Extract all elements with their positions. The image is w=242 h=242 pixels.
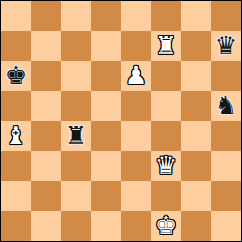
square-e1[interactable]	[121, 211, 151, 241]
square-d3[interactable]	[91, 151, 121, 181]
square-a4[interactable]: ♝	[1, 121, 31, 151]
square-d8[interactable]	[91, 1, 121, 31]
square-d4[interactable]	[91, 121, 121, 151]
black-king[interactable]: ♚	[5, 61, 27, 91]
square-b6[interactable]	[31, 61, 61, 91]
square-a1[interactable]	[1, 211, 31, 241]
square-e7[interactable]	[121, 31, 151, 61]
square-g4[interactable]	[181, 121, 211, 151]
black-queen[interactable]: ♛	[215, 31, 237, 61]
square-f4[interactable]	[151, 121, 181, 151]
square-c2[interactable]	[61, 181, 91, 211]
chess-board-frame: ♜♛♚♟♞♝♜♛♚	[0, 0, 242, 242]
square-f7[interactable]: ♜	[151, 31, 181, 61]
white-queen[interactable]: ♛	[155, 151, 177, 181]
square-c5[interactable]	[61, 91, 91, 121]
square-f8[interactable]	[151, 1, 181, 31]
square-a5[interactable]	[1, 91, 31, 121]
square-f3[interactable]: ♛	[151, 151, 181, 181]
square-e3[interactable]	[121, 151, 151, 181]
square-e4[interactable]	[121, 121, 151, 151]
white-pawn[interactable]: ♟	[125, 61, 147, 91]
square-h6[interactable]	[211, 61, 241, 91]
black-rook[interactable]: ♜	[65, 121, 87, 151]
square-e5[interactable]	[121, 91, 151, 121]
square-h7[interactable]: ♛	[211, 31, 241, 61]
square-g8[interactable]	[181, 1, 211, 31]
square-d5[interactable]	[91, 91, 121, 121]
square-a8[interactable]	[1, 1, 31, 31]
square-c3[interactable]	[61, 151, 91, 181]
square-f2[interactable]	[151, 181, 181, 211]
square-c4[interactable]: ♜	[61, 121, 91, 151]
square-b4[interactable]	[31, 121, 61, 151]
square-a6[interactable]: ♚	[1, 61, 31, 91]
square-b2[interactable]	[31, 181, 61, 211]
square-d7[interactable]	[91, 31, 121, 61]
square-a2[interactable]	[1, 181, 31, 211]
chess-board: ♜♛♚♟♞♝♜♛♚	[1, 1, 241, 241]
white-bishop[interactable]: ♝	[5, 121, 27, 151]
square-g7[interactable]	[181, 31, 211, 61]
square-c7[interactable]	[61, 31, 91, 61]
square-h5[interactable]: ♞	[211, 91, 241, 121]
square-g2[interactable]	[181, 181, 211, 211]
square-c8[interactable]	[61, 1, 91, 31]
black-knight[interactable]: ♞	[215, 91, 237, 121]
square-h8[interactable]	[211, 1, 241, 31]
square-g1[interactable]	[181, 211, 211, 241]
square-g3[interactable]	[181, 151, 211, 181]
square-b3[interactable]	[31, 151, 61, 181]
white-king[interactable]: ♚	[155, 211, 177, 241]
white-rook[interactable]: ♜	[155, 31, 177, 61]
square-f6[interactable]	[151, 61, 181, 91]
square-g5[interactable]	[181, 91, 211, 121]
square-d2[interactable]	[91, 181, 121, 211]
square-f1[interactable]: ♚	[151, 211, 181, 241]
square-c1[interactable]	[61, 211, 91, 241]
square-b1[interactable]	[31, 211, 61, 241]
square-a7[interactable]	[1, 31, 31, 61]
square-h4[interactable]	[211, 121, 241, 151]
square-e2[interactable]	[121, 181, 151, 211]
square-a3[interactable]	[1, 151, 31, 181]
square-d6[interactable]	[91, 61, 121, 91]
square-e8[interactable]	[121, 1, 151, 31]
square-h3[interactable]	[211, 151, 241, 181]
square-h2[interactable]	[211, 181, 241, 211]
square-g6[interactable]	[181, 61, 211, 91]
square-e6[interactable]: ♟	[121, 61, 151, 91]
square-d1[interactable]	[91, 211, 121, 241]
square-c6[interactable]	[61, 61, 91, 91]
square-h1[interactable]	[211, 211, 241, 241]
square-f5[interactable]	[151, 91, 181, 121]
square-b5[interactable]	[31, 91, 61, 121]
square-b7[interactable]	[31, 31, 61, 61]
square-b8[interactable]	[31, 1, 61, 31]
